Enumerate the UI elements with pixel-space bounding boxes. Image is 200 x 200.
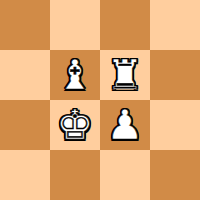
square-b3[interactable] [0,150,50,200]
square-d4[interactable]: ♟ [100,100,150,150]
white-bishop-piece[interactable]: ♝ [57,55,94,96]
white-rook-piece[interactable]: ♜ [107,55,144,96]
white-king-piece[interactable]: ♚ [57,105,94,146]
square-e3[interactable] [150,150,200,200]
square-d5[interactable]: ♜ [100,50,150,100]
chess-board: ♝♜♚♟ [0,0,200,200]
white-pawn-piece[interactable]: ♟ [107,105,144,146]
square-b5[interactable] [0,50,50,100]
square-e6[interactable] [150,0,200,50]
square-c6[interactable] [50,0,100,50]
square-c4[interactable]: ♚ [50,100,100,150]
square-d6[interactable] [100,0,150,50]
square-c5[interactable]: ♝ [50,50,100,100]
square-e5[interactable] [150,50,200,100]
square-d3[interactable] [100,150,150,200]
square-e4[interactable] [150,100,200,150]
square-b6[interactable] [0,0,50,50]
square-b4[interactable] [0,100,50,150]
square-c3[interactable] [50,150,100,200]
